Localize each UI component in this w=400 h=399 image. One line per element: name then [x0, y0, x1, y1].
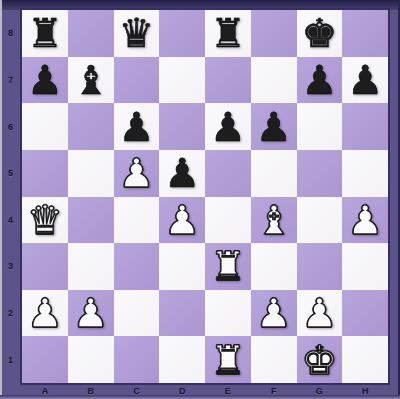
square-c7[interactable]	[114, 57, 160, 104]
square-b7[interactable]: ♝	[68, 57, 114, 104]
square-b3[interactable]	[68, 243, 114, 290]
square-d7[interactable]	[159, 57, 205, 104]
black-rook-piece[interactable]: ♜	[210, 10, 246, 56]
square-f6[interactable]: ♟	[251, 103, 297, 150]
square-b2[interactable]: ♟	[68, 290, 114, 337]
white-pawn-piece[interactable]: ♟	[27, 290, 63, 336]
square-h3[interactable]	[342, 243, 388, 290]
file-label-f: F	[251, 385, 297, 397]
square-f1[interactable]	[251, 336, 297, 383]
rank-label-1: 1	[2, 336, 19, 383]
white-pawn-piece[interactable]: ♟	[301, 290, 337, 336]
square-d6[interactable]	[159, 103, 205, 150]
square-a5[interactable]	[22, 150, 68, 197]
square-g8[interactable]: ♚	[297, 10, 343, 57]
white-pawn-piece[interactable]: ♟	[164, 197, 200, 243]
square-c2[interactable]	[114, 290, 160, 337]
square-a7[interactable]: ♟	[22, 57, 68, 104]
rank-label-7: 7	[2, 57, 19, 104]
square-f3[interactable]	[251, 243, 297, 290]
square-g1[interactable]: ♚	[297, 336, 343, 383]
square-a3[interactable]	[22, 243, 68, 290]
rank-labels: 87654321	[2, 10, 19, 383]
file-label-h: H	[342, 385, 388, 397]
white-pawn-piece[interactable]: ♟	[256, 290, 292, 336]
square-f5[interactable]	[251, 150, 297, 197]
black-pawn-piece[interactable]: ♟	[256, 104, 292, 150]
rank-label-2: 2	[2, 290, 19, 337]
file-label-b: B	[68, 385, 114, 397]
square-d3[interactable]	[159, 243, 205, 290]
black-bishop-piece[interactable]: ♝	[73, 57, 109, 103]
black-king-piece[interactable]: ♚	[301, 10, 337, 56]
square-e5[interactable]	[205, 150, 251, 197]
black-pawn-piece[interactable]: ♟	[347, 57, 383, 103]
square-b1[interactable]	[68, 336, 114, 383]
square-e2[interactable]	[205, 290, 251, 337]
square-h7[interactable]: ♟	[342, 57, 388, 104]
square-h2[interactable]	[342, 290, 388, 337]
square-b8[interactable]	[68, 10, 114, 57]
square-e1[interactable]: ♜	[205, 336, 251, 383]
black-pawn-piece[interactable]: ♟	[301, 57, 337, 103]
white-queen-piece[interactable]: ♛	[27, 197, 63, 243]
chess-board-frame: 87654321 ♜♛♜♚♟♝♟♟♟♟♟♟♟♛♟♝♟♜♟♟♟♟♜♚ ABCDEF…	[0, 0, 400, 399]
rank-label-3: 3	[2, 243, 19, 290]
square-c5[interactable]: ♟	[114, 150, 160, 197]
black-pawn-piece[interactable]: ♟	[210, 104, 246, 150]
square-f8[interactable]	[251, 10, 297, 57]
rank-label-5: 5	[2, 150, 19, 197]
square-h1[interactable]	[342, 336, 388, 383]
square-d5[interactable]: ♟	[159, 150, 205, 197]
rank-label-6: 6	[2, 103, 19, 150]
rank-label-8: 8	[2, 10, 19, 57]
black-rook-piece[interactable]: ♜	[27, 10, 63, 56]
white-bishop-piece[interactable]: ♝	[256, 197, 292, 243]
square-h5[interactable]	[342, 150, 388, 197]
square-c8[interactable]: ♛	[114, 10, 160, 57]
square-a1[interactable]	[22, 336, 68, 383]
square-b4[interactable]	[68, 197, 114, 244]
square-g5[interactable]	[297, 150, 343, 197]
square-g2[interactable]: ♟	[297, 290, 343, 337]
square-h4[interactable]: ♟	[342, 197, 388, 244]
square-e7[interactable]	[205, 57, 251, 104]
square-b6[interactable]	[68, 103, 114, 150]
rank-label-4: 4	[2, 197, 19, 244]
square-d1[interactable]	[159, 336, 205, 383]
square-e6[interactable]: ♟	[205, 103, 251, 150]
square-c1[interactable]	[114, 336, 160, 383]
file-label-d: D	[159, 385, 205, 397]
square-a8[interactable]: ♜	[22, 10, 68, 57]
file-label-g: G	[297, 385, 343, 397]
black-pawn-piece[interactable]: ♟	[164, 150, 200, 196]
white-rook-piece[interactable]: ♜	[210, 243, 246, 289]
square-g4[interactable]	[297, 197, 343, 244]
square-a2[interactable]: ♟	[22, 290, 68, 337]
file-label-a: A	[22, 385, 68, 397]
square-c3[interactable]	[114, 243, 160, 290]
square-f4[interactable]: ♝	[251, 197, 297, 244]
board-inner-frame: ♜♛♜♚♟♝♟♟♟♟♟♟♟♛♟♝♟♜♟♟♟♟♜♚	[20, 8, 390, 385]
square-h6[interactable]	[342, 103, 388, 150]
white-pawn-piece[interactable]: ♟	[347, 197, 383, 243]
square-g7[interactable]: ♟	[297, 57, 343, 104]
file-label-e: E	[205, 385, 251, 397]
chess-board: ♜♛♜♚♟♝♟♟♟♟♟♟♟♛♟♝♟♜♟♟♟♟♜♚	[22, 10, 388, 383]
square-e8[interactable]: ♜	[205, 10, 251, 57]
file-label-c: C	[114, 385, 160, 397]
square-f2[interactable]: ♟	[251, 290, 297, 337]
black-pawn-piece[interactable]: ♟	[27, 57, 63, 103]
square-d2[interactable]	[159, 290, 205, 337]
square-g6[interactable]	[297, 103, 343, 150]
square-a4[interactable]: ♛	[22, 197, 68, 244]
square-d4[interactable]: ♟	[159, 197, 205, 244]
white-pawn-piece[interactable]: ♟	[118, 150, 154, 196]
square-c6[interactable]: ♟	[114, 103, 160, 150]
white-rook-piece[interactable]: ♜	[210, 337, 246, 383]
square-e4[interactable]	[205, 197, 251, 244]
square-c4[interactable]	[114, 197, 160, 244]
white-pawn-piece[interactable]: ♟	[73, 290, 109, 336]
square-d8[interactable]	[159, 10, 205, 57]
white-king-piece[interactable]: ♚	[301, 337, 337, 383]
square-e3[interactable]: ♜	[205, 243, 251, 290]
black-queen-piece[interactable]: ♛	[118, 10, 154, 56]
square-g3[interactable]	[297, 243, 343, 290]
square-b5[interactable]	[68, 150, 114, 197]
square-a6[interactable]	[22, 103, 68, 150]
square-f7[interactable]	[251, 57, 297, 104]
square-h8[interactable]	[342, 10, 388, 57]
file-labels: ABCDEFGH	[22, 385, 388, 397]
black-pawn-piece[interactable]: ♟	[118, 104, 154, 150]
